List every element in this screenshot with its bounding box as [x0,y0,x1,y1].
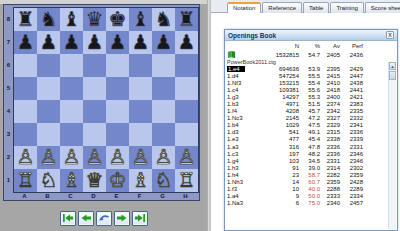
book-move-row-1-e4[interactable]: 1.e469463653.923952429 [225,65,397,72]
square-d4[interactable] [83,100,106,123]
n-cell: 2145 [267,115,299,121]
notation-tabbar: NotationReferenceTableTrainingScore shee… [211,0,400,13]
total-av: 2405 [320,52,340,58]
perf-cell: 2336 [340,129,363,135]
close-icon[interactable]: x [386,31,394,39]
square-g3[interactable] [152,123,175,146]
pct-cell: 48.2 [299,151,320,157]
perf-cell: 2346 [340,158,363,164]
square-c5[interactable] [60,77,83,100]
skip-to-start-icon [62,211,74,226]
square-g1[interactable]: ♘ [152,169,175,192]
rank-labels: 87654321 [4,7,13,191]
rank-label-1: 1 [4,168,13,191]
book-move-row-1-e3[interactable]: 1.e347745.423382339 [225,136,397,143]
square-d7[interactable]: ♟ [83,31,106,54]
move-cell[interactable]: 1.b4 [225,122,267,128]
av-cell: 2314 [320,165,340,171]
pct-cell: 39.0 [299,165,320,171]
square-f1[interactable]: ♗ [129,169,152,192]
black-king-piece: ♚ [109,8,127,31]
square-e8[interactable]: ♚ [106,8,129,31]
av-cell: 2329 [320,122,340,128]
arrow-right-icon [116,211,128,226]
square-e3[interactable] [106,123,129,146]
move-cell[interactable]: 1.d4 [225,73,267,79]
move-cell[interactable]: 1.h3 [225,165,267,171]
white-knight-piece: ♘ [155,169,173,192]
n-cell: 91 [267,165,299,171]
move-cell[interactable]: 1.d3 [225,129,267,135]
move-cell[interactable]: 1.a4 [225,193,267,199]
move-cell[interactable]: 1.f4 [225,108,267,114]
move-cell[interactable]: 1.Nf3 [225,80,267,86]
move-cell[interactable]: 1.e3 [225,136,267,142]
total-n: 1532815 [267,52,299,58]
perf-cell: 2359 [340,172,363,178]
square-g5[interactable] [152,77,175,100]
perf-cell: 2331 [340,144,363,150]
file-labels: ABCDEFGH [13,191,197,200]
white-pawn-piece: ♙ [132,146,150,169]
pct-cell: 55.6 [299,87,320,93]
white-pawn-piece: ♙ [109,146,127,169]
pct-cell: 47.5 [299,122,320,128]
scrollbar-thumb[interactable] [389,71,396,80]
perf-cell: 2447 [340,73,363,79]
square-b5[interactable] [37,77,60,100]
square-f6[interactable] [129,54,152,77]
perf-cell: 2335 [340,108,363,114]
pct-cell: 53.9 [299,66,320,72]
move-cell[interactable]: 1.b3 [225,101,267,107]
black-rook-piece: ♜ [178,8,196,31]
square-e2[interactable]: ♙ [106,146,129,169]
av-cell: 2400 [320,94,340,100]
book-table-header: N % Av Perf [225,41,397,50]
square-d1[interactable]: ♕ [83,169,106,192]
n-cell: 316 [267,144,299,150]
column-pct[interactable]: % [299,43,320,49]
pct-cell: 49.1 [299,129,320,135]
av-cell: 2342 [320,108,340,114]
move-cell[interactable]: 1.Na3 [225,200,267,206]
rank-label-4: 4 [4,99,13,122]
n-cell: 4971 [267,101,299,107]
white-pawn-piece: ♙ [178,146,196,169]
n-cell: 477 [267,136,299,142]
pct-cell: 55.5 [299,73,320,79]
n-cell: 541 [267,129,299,135]
tab-table[interactable]: Table [303,2,329,13]
perf-cell: 2332 [340,115,363,121]
go-to-start-button[interactable] [60,211,76,226]
perf-cell: 2334 [340,193,363,199]
square-h6[interactable] [175,54,198,77]
av-cell: 2336 [320,144,340,150]
square-b7[interactable]: ♟ [37,31,60,54]
file-label-f: F [128,191,151,200]
black-bishop-piece: ♝ [132,8,150,31]
n-cell: 694636 [267,66,299,72]
black-pawn-piece: ♟ [40,31,58,54]
av-cell: 2410 [320,80,340,86]
perf-cell: 2339 [340,136,363,142]
square-e5[interactable] [106,77,129,100]
square-h5[interactable] [175,77,198,100]
file-label-c: C [59,191,82,200]
square-c3[interactable] [60,123,83,146]
square-g6[interactable] [152,54,175,77]
av-cell: 2338 [320,136,340,142]
av-cell: 2359 [320,179,340,185]
move-cell[interactable]: 1.c3 [225,151,267,157]
square-h2[interactable]: ♙ [175,146,198,169]
av-cell: 2327 [320,115,340,121]
black-knight-piece: ♞ [40,8,58,31]
back-button[interactable] [78,211,94,226]
perf-cell: 2421 [340,94,363,100]
square-a6[interactable] [14,54,37,77]
move-cell[interactable]: 1.Nc3 [225,115,267,121]
file-label-h: H [174,191,197,200]
white-pawn-piece: ♙ [86,146,104,169]
n-cell: 153215 [267,80,299,86]
square-a1[interactable]: ♖ [14,169,37,192]
n-cell: 14297 [267,94,299,100]
black-pawn-piece: ♟ [17,31,35,54]
total-pct: 54.7 [299,52,320,58]
white-queen-piece: ♕ [86,169,104,192]
book-move-row-1-g3[interactable]: 1.g31429755.324002421 [225,93,397,100]
white-pawn-piece: ♙ [40,146,58,169]
white-pawn-piece: ♙ [17,146,35,169]
square-d2[interactable]: ♙ [83,146,106,169]
move-cell[interactable]: 1.Nh3 [225,179,267,185]
black-knight-piece: ♞ [155,8,173,31]
perf-cell: 2429 [340,66,363,72]
book-move-row-1-f3[interactable]: 1.f31040.022882289 [225,186,397,193]
square-g4[interactable] [152,100,175,123]
book-move-row-1-a3[interactable]: 1.a331647.823362331 [225,143,397,150]
book-move-row-1-b4[interactable]: 1.b4102947.523292341 [225,122,397,129]
square-d5[interactable] [83,77,106,100]
pct-cell: 45.4 [299,136,320,142]
av-cell: 2288 [320,186,340,192]
move-cell[interactable]: 1.e4 [225,66,267,72]
white-knight-piece: ♘ [40,169,58,192]
perf-cell: 2438 [340,80,363,86]
notation-pane: NotationReferenceTableTrainingScore shee… [211,0,400,231]
square-e1[interactable]: ♔ [106,169,129,192]
black-pawn-piece: ♟ [63,31,81,54]
pct-cell: 50.0 [299,193,320,199]
black-pawn-piece: ♟ [132,31,150,54]
black-pawn-piece: ♟ [178,31,196,54]
openings-book-window: Openings Book x N % Av Perf 1532815 54.7… [224,29,398,231]
book-scrollbar[interactable]: ▲ [388,62,396,229]
perf-cell: 2341 [340,122,363,128]
perf-cell: 2457 [340,200,363,206]
openings-book-titlebar[interactable]: Openings Book x [225,30,397,41]
n-cell: 9 [267,193,299,199]
square-a5[interactable] [14,77,37,100]
scrollbar-up-icon[interactable]: ▲ [389,62,396,70]
book-move-row-1-c4[interactable]: 1.c410938155.624182441 [225,86,397,93]
tab-reference[interactable]: Reference [262,2,302,13]
white-pawn-piece: ♙ [155,146,173,169]
book-move-row-1-h4[interactable]: 1.h42358.722822359 [225,171,397,178]
pct-cell: 47.2 [299,115,320,121]
square-e4[interactable] [106,100,129,123]
book-move-row-1-f4[interactable]: 1.f4420845.723422335 [225,108,397,115]
white-bishop-piece: ♗ [63,169,81,192]
square-c8[interactable]: ♝ [60,8,83,31]
square-a8[interactable]: ♜ [14,8,37,31]
white-rook-piece: ♖ [178,169,196,192]
square-c2[interactable]: ♙ [60,146,83,169]
av-cell: 2331 [320,158,340,164]
book-move-row-1-b3[interactable]: 1.b3497151.523742383 [225,100,397,107]
square-b2[interactable]: ♙ [37,146,60,169]
skip-to-end-icon [134,211,146,226]
white-pawn-piece: ♙ [63,146,81,169]
pct-cell: 47.8 [299,144,320,150]
square-f8[interactable]: ♝ [129,8,152,31]
perf-cell: 2383 [340,101,363,107]
move-cell[interactable]: 1.h4 [225,172,267,178]
book-move-row-1-Na3[interactable]: 1.Na3675.023402457 [225,200,397,207]
black-bishop-piece: ♝ [63,8,81,31]
n-cell: 547254 [267,73,299,79]
perf-cell: 2441 [340,87,363,93]
forward-button[interactable] [114,211,130,226]
book-move-row-1-d3[interactable]: 1.d354149.123152336 [225,129,397,136]
square-h4[interactable] [175,100,198,123]
book-move-row-1-Nc3[interactable]: 1.Nc3214547.223272332 [225,115,397,122]
rank-label-8: 8 [4,7,13,30]
black-pawn-piece: ♟ [86,31,104,54]
square-h7[interactable]: ♟ [175,31,198,54]
file-label-e: E [105,191,128,200]
white-rook-piece: ♖ [17,169,35,192]
square-d8[interactable]: ♛ [83,8,106,31]
pct-cell: 60.7 [299,179,320,185]
book-file-name: PowerBook2011.ctg [225,58,397,65]
n-cell: 1029 [267,122,299,128]
tab-training[interactable]: Training [330,2,363,13]
pct-cell: 58.7 [299,172,320,178]
n-cell: 23 [267,172,299,178]
book-move-row-1-c3[interactable]: 1.c319748.223362346 [225,150,397,157]
board-squares: ♜♞♝♛♚♝♞♜♟♟♟♟♟♟♟♟♙♙♙♙♙♙♙♙♖♘♗♕♔♗♘♖ [13,7,199,193]
move-cell[interactable]: 1.f3 [225,186,267,192]
tab-notation[interactable]: Notation [227,2,261,13]
undo-curve-icon [98,211,110,226]
n-cell: 103 [267,158,299,164]
square-a4[interactable] [14,100,37,123]
av-cell: 2418 [320,87,340,93]
square-d6[interactable] [83,54,106,77]
black-pawn-piece: ♟ [109,31,127,54]
move-cell[interactable]: 1.c4 [225,87,267,93]
pct-cell: 51.5 [299,101,320,107]
square-h1[interactable]: ♖ [175,169,198,192]
n-cell: 10 [267,186,299,192]
book-move-list: 1.e469463653.9239524291.d454725455.52415… [225,65,397,207]
square-c7[interactable]: ♟ [60,31,83,54]
n-cell: 14 [267,179,299,185]
pct-cell: 40.0 [299,186,320,192]
move-cell[interactable]: 1.g4 [225,158,267,164]
pct-cell: 45.7 [299,108,320,114]
square-f7[interactable]: ♟ [129,31,152,54]
square-b1[interactable]: ♘ [37,169,60,192]
av-cell: 2340 [320,200,340,206]
go-to-end-button[interactable] [132,211,148,226]
black-queen-piece: ♛ [86,8,104,31]
move-cell[interactable]: 1.g3 [225,94,267,100]
perf-cell: 2302 [340,165,363,171]
av-cell: 2336 [320,151,340,157]
square-f2[interactable]: ♙ [129,146,152,169]
column-av[interactable]: Av [320,43,340,49]
perf-cell: 2428 [340,179,363,185]
pct-cell: 55.4 [299,80,320,86]
square-g8[interactable]: ♞ [152,8,175,31]
square-e6[interactable] [106,54,129,77]
rank-label-2: 2 [4,145,13,168]
n-cell: 4208 [267,108,299,114]
book-total-row[interactable]: 1532815 54.7 2405 2436 [225,50,397,58]
move-cell[interactable]: 1.a3 [225,144,267,150]
square-b8[interactable]: ♞ [37,8,60,31]
square-f5[interactable] [129,77,152,100]
perf-cell: 2346 [340,151,363,157]
book-move-row-1-Nf3[interactable]: 1.Nf315321555.424102438 [225,79,397,86]
square-g2[interactable]: ♙ [152,146,175,169]
square-d3[interactable] [83,123,106,146]
av-cell: 2415 [320,73,340,79]
perf-cell: 2289 [340,186,363,192]
black-rook-piece: ♜ [17,8,35,31]
square-b6[interactable] [37,54,60,77]
square-f3[interactable] [129,123,152,146]
square-c1[interactable]: ♗ [60,169,83,192]
square-c4[interactable] [60,100,83,123]
rank-label-6: 6 [4,53,13,76]
book-move-row-1-g4[interactable]: 1.g410334.523312346 [225,157,397,164]
white-bishop-piece: ♗ [132,169,150,192]
square-h3[interactable] [175,123,198,146]
arrow-left-icon [80,211,92,226]
rank-label-3: 3 [4,122,13,145]
square-a7[interactable]: ♟ [14,31,37,54]
square-h8[interactable]: ♜ [175,8,198,31]
av-cell: 2374 [320,101,340,107]
n-cell: 109381 [267,87,299,93]
file-label-a: A [13,191,36,200]
column-n[interactable]: N [267,43,299,49]
openings-book-title: Openings Book [228,32,276,39]
takeback-button[interactable] [96,211,112,226]
book-move-row-1-Nh3[interactable]: 1.Nh31460.723592428 [225,179,397,186]
white-king-piece: ♔ [109,169,127,192]
square-c6[interactable] [60,54,83,77]
square-a3[interactable] [14,123,37,146]
chess-board: 87654321 ♜♞♝♛♚♝♞♜♟♟♟♟♟♟♟♟♙♙♙♙♙♙♙♙♖♘♗♕♔♗♘… [3,4,200,201]
square-a2[interactable]: ♙ [14,146,37,169]
square-b3[interactable] [37,123,60,146]
book-move-row-1-d4[interactable]: 1.d454725455.524152447 [225,72,397,79]
pct-cell: 55.3 [299,94,320,100]
square-g7[interactable]: ♟ [152,31,175,54]
move-navigation-bar [60,211,148,226]
square-f4[interactable] [129,100,152,123]
rank-label-7: 7 [4,30,13,53]
n-cell: 6 [267,200,299,206]
file-label-g: G [151,191,174,200]
rank-label-5: 5 [4,76,13,99]
pct-cell: 34.5 [299,158,320,164]
av-cell: 2333 [320,193,340,199]
square-b4[interactable] [37,100,60,123]
book-move-row-1-a4[interactable]: 1.a4950.023332334 [225,193,397,200]
pct-cell: 75.0 [299,200,320,206]
square-e7[interactable]: ♟ [106,31,129,54]
tab-score-sheet[interactable]: Score sheet [365,2,400,13]
av-cell: 2282 [320,172,340,178]
black-pawn-piece: ♟ [155,31,173,54]
book-move-row-1-h3[interactable]: 1.h39139.023142302 [225,164,397,171]
av-cell: 2315 [320,129,340,135]
column-perf[interactable]: Perf [340,43,363,49]
av-cell: 2395 [320,66,340,72]
total-perf: 2436 [340,52,363,58]
file-label-d: D [82,191,105,200]
file-label-b: B [36,191,59,200]
n-cell: 197 [267,151,299,157]
